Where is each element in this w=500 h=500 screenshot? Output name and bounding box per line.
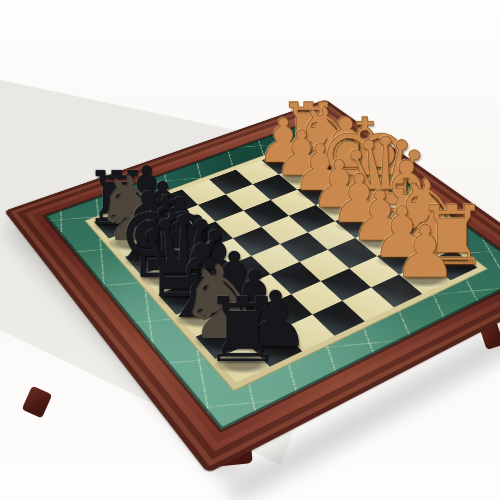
- chessboard-grid: [94, 142, 477, 383]
- photo-scene: ♜♟♞♟♝♟♚♟♛♟♟♜♝♟♟♞♞♟♟♝♜♟♟♚♟♛♟♝♟♞♟♜: [0, 0, 500, 500]
- inner-cream-border: [84, 137, 487, 392]
